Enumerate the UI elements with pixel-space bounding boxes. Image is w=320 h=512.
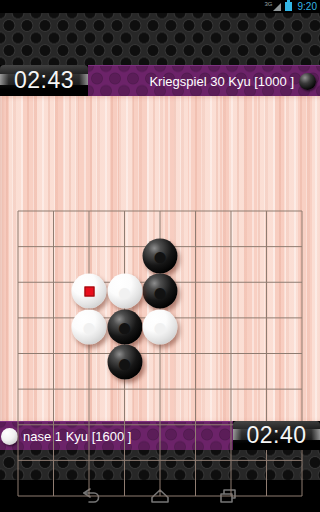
black-stone-icon — [299, 73, 316, 90]
signal-strength-icon — [273, 3, 281, 11]
go-board[interactable]: ●●●●●●●● — [0, 96, 320, 421]
background-texture-top — [0, 13, 320, 65]
black-stone: ● — [107, 345, 142, 380]
white-stone: ● — [72, 309, 107, 344]
black-player-info: Kriegspiel 30 Kyu [1000 ] — [88, 65, 320, 96]
white-stone-icon — [1, 428, 18, 445]
status-bar-clock: 9:20 — [298, 2, 317, 12]
status-bar: 3G 9:20 — [0, 0, 320, 13]
black-stone: ● — [107, 309, 142, 344]
battery-icon — [285, 2, 292, 11]
network-indicator: 3G — [265, 2, 281, 12]
white-stone: ● — [143, 309, 178, 344]
black-stone: ● — [143, 274, 178, 309]
white-player-clock: 02:40 — [233, 421, 320, 450]
network-type-label: 3G — [265, 1, 273, 7]
black-player-label: Kriegspiel 30 Kyu [1000 ] — [149, 74, 294, 89]
app-screen: 3G 9:20 02:43 Kriegspiel 30 Kyu [1000 ] — [0, 0, 320, 512]
white-stone: ● — [72, 274, 107, 309]
black-player-clock: 02:43 — [0, 65, 88, 96]
white-stone: ● — [107, 274, 142, 309]
black-clock-text: 02:43 — [14, 67, 74, 94]
black-player-bar: 02:43 Kriegspiel 30 Kyu [1000 ] — [0, 65, 320, 96]
black-stone: ● — [143, 238, 178, 273]
last-move-marker — [84, 286, 94, 296]
white-clock-text: 02:40 — [246, 422, 306, 449]
